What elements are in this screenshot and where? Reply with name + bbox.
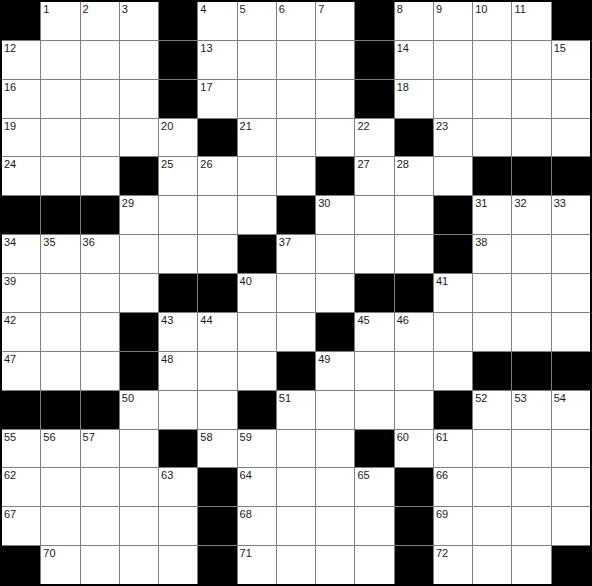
cell-number: 49	[318, 353, 330, 365]
cell-r6c4[interactable]	[159, 235, 197, 273]
cell-r4c11[interactable]	[434, 157, 472, 195]
cell-r0c12[interactable]: 10	[473, 2, 511, 40]
black-cell-r14c14	[552, 546, 590, 584]
cell-r3c8[interactable]	[316, 119, 354, 157]
cell-r4c2[interactable]	[81, 157, 119, 195]
cell-r9c10[interactable]	[395, 352, 433, 390]
cell-r11c7[interactable]	[277, 430, 315, 468]
cell-number: 27	[357, 158, 369, 170]
cell-number: 14	[397, 42, 409, 54]
cell-r14c7[interactable]	[277, 546, 315, 584]
cell-r6c10[interactable]	[395, 235, 433, 273]
cell-r13c4[interactable]	[159, 507, 197, 545]
cell-number: 61	[436, 431, 448, 443]
black-cell-r3c10	[395, 119, 433, 157]
cell-r7c14[interactable]	[552, 274, 590, 312]
cell-r4c5[interactable]: 26	[198, 157, 236, 195]
cell-r7c7[interactable]	[277, 274, 315, 312]
cell-number: 31	[475, 197, 487, 209]
black-cell-r10c11	[434, 391, 472, 429]
cell-r5c3[interactable]: 29	[120, 196, 158, 234]
cell-number: 43	[161, 314, 173, 326]
cell-r8c14[interactable]	[552, 313, 590, 351]
cell-r8c11[interactable]	[434, 313, 472, 351]
cell-number: 55	[4, 431, 16, 443]
cell-r11c8[interactable]	[316, 430, 354, 468]
cell-r0c2[interactable]: 2	[81, 2, 119, 40]
cell-number: 53	[514, 392, 526, 404]
cell-r6c1[interactable]: 35	[41, 235, 79, 273]
cell-r11c12[interactable]	[473, 430, 511, 468]
cell-r8c2[interactable]	[81, 313, 119, 351]
black-cell-r1c9	[355, 41, 393, 79]
cell-r8c5[interactable]: 44	[198, 313, 236, 351]
cell-r13c2[interactable]	[81, 507, 119, 545]
cell-r5c8[interactable]: 30	[316, 196, 354, 234]
cell-number: 54	[554, 392, 566, 404]
cell-r6c5[interactable]	[198, 235, 236, 273]
cell-r7c8[interactable]	[316, 274, 354, 312]
cell-r4c6[interactable]	[238, 157, 276, 195]
cell-number: 44	[200, 314, 212, 326]
cell-r0c6[interactable]: 5	[238, 2, 276, 40]
black-cell-r10c2	[81, 391, 119, 429]
cell-r11c1[interactable]: 56	[41, 430, 79, 468]
black-cell-r9c12	[473, 352, 511, 390]
cell-r1c6[interactable]	[238, 41, 276, 79]
black-cell-r13c5	[198, 507, 236, 545]
black-cell-r9c3	[120, 352, 158, 390]
cell-r1c8[interactable]	[316, 41, 354, 79]
cell-r7c6[interactable]: 40	[238, 274, 276, 312]
cell-r5c10[interactable]	[395, 196, 433, 234]
cell-r14c2[interactable]	[81, 546, 119, 584]
cell-r1c1[interactable]	[41, 41, 79, 79]
black-cell-r7c5	[198, 274, 236, 312]
cell-r3c14[interactable]	[552, 119, 590, 157]
cell-r12c14[interactable]	[552, 468, 590, 506]
cell-r0c8[interactable]: 7	[316, 2, 354, 40]
cell-r6c13[interactable]	[512, 235, 550, 273]
cell-r0c10[interactable]: 8	[395, 2, 433, 40]
cell-r1c3[interactable]	[120, 41, 158, 79]
cell-number: 40	[240, 275, 252, 287]
cell-r9c1[interactable]	[41, 352, 79, 390]
cell-number: 36	[83, 236, 95, 248]
black-cell-r11c9	[355, 430, 393, 468]
cell-number: 58	[200, 431, 212, 443]
cell-r8c1[interactable]	[41, 313, 79, 351]
cell-number: 38	[475, 236, 487, 248]
black-cell-r1c4	[159, 41, 197, 79]
crossword-board: 1234567891011121314151617181920212223242…	[0, 0, 592, 586]
cell-r10c3[interactable]: 50	[120, 391, 158, 429]
cell-r3c7[interactable]	[277, 119, 315, 157]
cell-r4c4[interactable]: 25	[159, 157, 197, 195]
cell-number: 22	[357, 120, 369, 132]
black-cell-r10c6	[238, 391, 276, 429]
cell-number: 12	[4, 42, 16, 54]
cell-number: 71	[240, 547, 252, 559]
cell-r2c0[interactable]: 16	[2, 80, 40, 118]
cell-number: 37	[279, 236, 291, 248]
cell-r0c7[interactable]: 6	[277, 2, 315, 40]
black-cell-r4c8	[316, 157, 354, 195]
black-cell-r5c2	[81, 196, 119, 234]
cell-r14c4[interactable]	[159, 546, 197, 584]
cell-r2c8[interactable]	[316, 80, 354, 118]
cell-number: 21	[240, 120, 252, 132]
cell-number: 72	[436, 547, 448, 559]
cell-number: 47	[4, 353, 16, 365]
cell-number: 52	[475, 392, 487, 404]
black-cell-r4c13	[512, 157, 550, 195]
black-cell-r5c11	[434, 196, 472, 234]
cell-r4c1[interactable]	[41, 157, 79, 195]
cell-number: 64	[240, 469, 252, 481]
cell-number: 2	[83, 3, 89, 15]
cell-r5c14[interactable]: 33	[552, 196, 590, 234]
cell-r3c9[interactable]: 22	[355, 119, 393, 157]
cell-r11c11[interactable]: 61	[434, 430, 472, 468]
black-cell-r6c11	[434, 235, 472, 273]
cell-number: 26	[200, 158, 212, 170]
cell-number: 34	[4, 236, 16, 248]
cell-r13c3[interactable]	[120, 507, 158, 545]
cell-r9c0[interactable]: 47	[2, 352, 40, 390]
cell-r2c10[interactable]: 18	[395, 80, 433, 118]
cell-r4c9[interactable]: 27	[355, 157, 393, 195]
black-cell-r8c8	[316, 313, 354, 351]
cell-r13c0[interactable]: 67	[2, 507, 40, 545]
cell-r14c11[interactable]: 72	[434, 546, 472, 584]
cell-number: 15	[554, 42, 566, 54]
cell-r2c2[interactable]	[81, 80, 119, 118]
cell-r5c12[interactable]: 31	[473, 196, 511, 234]
cell-r7c3[interactable]	[120, 274, 158, 312]
black-cell-r14c10	[395, 546, 433, 584]
cell-r0c13[interactable]: 11	[512, 2, 550, 40]
black-cell-r14c0	[2, 546, 40, 584]
cell-r8c4[interactable]: 43	[159, 313, 197, 351]
cell-r0c1[interactable]: 1	[41, 2, 79, 40]
cell-r2c14[interactable]	[552, 80, 590, 118]
cell-number: 59	[240, 431, 252, 443]
cell-r3c3[interactable]	[120, 119, 158, 157]
cell-number: 70	[43, 547, 55, 559]
black-cell-r3c5	[198, 119, 236, 157]
black-cell-r9c7	[277, 352, 315, 390]
cell-r8c0[interactable]: 42	[2, 313, 40, 351]
cell-r3c11[interactable]: 23	[434, 119, 472, 157]
cell-number: 24	[4, 158, 16, 170]
cell-r6c14[interactable]	[552, 235, 590, 273]
cell-r10c7[interactable]: 51	[277, 391, 315, 429]
cell-r12c3[interactable]	[120, 468, 158, 506]
cell-r12c12[interactable]	[473, 468, 511, 506]
cell-r14c9[interactable]	[355, 546, 393, 584]
cell-r1c12[interactable]	[473, 41, 511, 79]
cell-r6c8[interactable]	[316, 235, 354, 273]
black-cell-r6c6	[238, 235, 276, 273]
cell-r3c12[interactable]	[473, 119, 511, 157]
cell-number: 50	[122, 392, 134, 404]
black-cell-r4c14	[552, 157, 590, 195]
black-cell-r0c0	[2, 2, 40, 40]
black-cell-r8c3	[120, 313, 158, 351]
cell-r1c2[interactable]	[81, 41, 119, 79]
cell-r13c12[interactable]	[473, 507, 511, 545]
cell-number: 42	[4, 314, 16, 326]
cell-number: 5	[240, 3, 246, 15]
cell-number: 10	[475, 3, 487, 15]
cell-r10c10[interactable]	[395, 391, 433, 429]
cell-r12c8[interactable]	[316, 468, 354, 506]
cell-number: 20	[161, 120, 173, 132]
cell-r7c2[interactable]	[81, 274, 119, 312]
cell-r9c9[interactable]	[355, 352, 393, 390]
cell-number: 67	[4, 508, 16, 520]
cell-r2c1[interactable]	[41, 80, 79, 118]
cell-r14c6[interactable]: 71	[238, 546, 276, 584]
cell-number: 23	[436, 120, 448, 132]
cell-r12c0[interactable]: 62	[2, 468, 40, 506]
cell-number: 17	[200, 81, 212, 93]
cell-r8c9[interactable]: 45	[355, 313, 393, 351]
cell-r14c1[interactable]: 70	[41, 546, 79, 584]
cell-r12c13[interactable]	[512, 468, 550, 506]
cell-r9c5[interactable]	[198, 352, 236, 390]
cell-r14c12[interactable]	[473, 546, 511, 584]
cell-number: 56	[43, 431, 55, 443]
cell-r9c4[interactable]: 48	[159, 352, 197, 390]
cell-r1c13[interactable]	[512, 41, 550, 79]
cell-r8c10[interactable]: 46	[395, 313, 433, 351]
cell-number: 30	[318, 197, 330, 209]
black-cell-r4c12	[473, 157, 511, 195]
cell-r12c9[interactable]: 65	[355, 468, 393, 506]
cell-r4c7[interactable]	[277, 157, 315, 195]
cell-r2c3[interactable]	[120, 80, 158, 118]
cell-number: 57	[83, 431, 95, 443]
cell-r5c4[interactable]	[159, 196, 197, 234]
black-cell-r14c5	[198, 546, 236, 584]
cell-number: 25	[161, 158, 173, 170]
cell-r6c2[interactable]: 36	[81, 235, 119, 273]
cell-r3c1[interactable]	[41, 119, 79, 157]
black-cell-r9c14	[552, 352, 590, 390]
cell-r7c12[interactable]	[473, 274, 511, 312]
cell-r9c8[interactable]: 49	[316, 352, 354, 390]
cell-number: 45	[357, 314, 369, 326]
cell-number: 7	[318, 3, 324, 15]
black-cell-r0c14	[552, 2, 590, 40]
cell-r2c6[interactable]	[238, 80, 276, 118]
cell-r10c8[interactable]	[316, 391, 354, 429]
black-cell-r13c10	[395, 507, 433, 545]
cell-r4c10[interactable]: 28	[395, 157, 433, 195]
cell-r13c7[interactable]	[277, 507, 315, 545]
cell-number: 28	[397, 158, 409, 170]
cell-r12c4[interactable]: 63	[159, 468, 197, 506]
cell-r5c5[interactable]	[198, 196, 236, 234]
cell-r6c7[interactable]: 37	[277, 235, 315, 273]
cell-r11c13[interactable]	[512, 430, 550, 468]
cell-r13c13[interactable]	[512, 507, 550, 545]
cell-r11c14[interactable]	[552, 430, 590, 468]
cell-number: 4	[200, 3, 206, 15]
cell-r2c7[interactable]	[277, 80, 315, 118]
black-cell-r7c4	[159, 274, 197, 312]
cell-r5c9[interactable]	[355, 196, 393, 234]
black-cell-r5c1	[41, 196, 79, 234]
cell-number: 29	[122, 197, 134, 209]
cell-number: 60	[397, 431, 409, 443]
cell-r12c6[interactable]: 64	[238, 468, 276, 506]
black-cell-r12c5	[198, 468, 236, 506]
cell-number: 3	[122, 3, 128, 15]
cell-r11c5[interactable]: 58	[198, 430, 236, 468]
cell-r3c6[interactable]: 21	[238, 119, 276, 157]
cell-number: 69	[436, 508, 448, 520]
black-cell-r12c10	[395, 468, 433, 506]
cell-r4c0[interactable]: 24	[2, 157, 40, 195]
cell-r13c6[interactable]: 68	[238, 507, 276, 545]
cell-number: 48	[161, 353, 173, 365]
black-cell-r10c1	[41, 391, 79, 429]
cell-r3c4[interactable]: 20	[159, 119, 197, 157]
cell-r12c2[interactable]	[81, 468, 119, 506]
cell-r6c9[interactable]	[355, 235, 393, 273]
cell-r13c9[interactable]	[355, 507, 393, 545]
cell-r8c13[interactable]	[512, 313, 550, 351]
cell-r0c11[interactable]: 9	[434, 2, 472, 40]
cell-number: 16	[4, 81, 16, 93]
cell-r7c13[interactable]	[512, 274, 550, 312]
cell-r3c2[interactable]	[81, 119, 119, 157]
cell-r11c3[interactable]	[120, 430, 158, 468]
cell-number: 68	[240, 508, 252, 520]
crossword-grid: 1234567891011121314151617181920212223242…	[0, 0, 592, 586]
cell-r10c13[interactable]: 53	[512, 391, 550, 429]
cell-number: 51	[279, 392, 291, 404]
cell-r8c12[interactable]	[473, 313, 511, 351]
cell-r8c6[interactable]	[238, 313, 276, 351]
cell-number: 9	[436, 3, 442, 15]
cell-number: 63	[161, 469, 173, 481]
cell-r13c8[interactable]	[316, 507, 354, 545]
cell-r1c0[interactable]: 12	[2, 41, 40, 79]
cell-number: 32	[514, 197, 526, 209]
black-cell-r5c0	[2, 196, 40, 234]
cell-r13c14[interactable]	[552, 507, 590, 545]
cell-r9c6[interactable]	[238, 352, 276, 390]
cell-number: 46	[397, 314, 409, 326]
black-cell-r0c4	[159, 2, 197, 40]
cell-r9c11[interactable]	[434, 352, 472, 390]
black-cell-r7c10	[395, 274, 433, 312]
black-cell-r2c4	[159, 80, 197, 118]
cell-r11c2[interactable]: 57	[81, 430, 119, 468]
cell-r10c5[interactable]	[198, 391, 236, 429]
cell-number: 1	[43, 3, 49, 15]
cell-r1c5[interactable]: 13	[198, 41, 236, 79]
cell-number: 66	[436, 469, 448, 481]
black-cell-r0c9	[355, 2, 393, 40]
cell-number: 65	[357, 469, 369, 481]
cell-r2c11[interactable]	[434, 80, 472, 118]
cell-r10c14[interactable]: 54	[552, 391, 590, 429]
cell-r14c13[interactable]	[512, 546, 550, 584]
cell-number: 62	[4, 469, 16, 481]
cell-r10c9[interactable]	[355, 391, 393, 429]
black-cell-r4c3	[120, 157, 158, 195]
black-cell-r7c9	[355, 274, 393, 312]
cell-number: 41	[436, 275, 448, 287]
cell-r1c11[interactable]	[434, 41, 472, 79]
cell-r7c11[interactable]: 41	[434, 274, 472, 312]
cell-r2c13[interactable]	[512, 80, 550, 118]
cell-r13c11[interactable]: 69	[434, 507, 472, 545]
black-cell-r2c9	[355, 80, 393, 118]
cell-r13c1[interactable]	[41, 507, 79, 545]
cell-r1c14[interactable]: 15	[552, 41, 590, 79]
cell-r0c3[interactable]: 3	[120, 2, 158, 40]
cell-r5c6[interactable]	[238, 196, 276, 234]
black-cell-r11c4	[159, 430, 197, 468]
cell-r6c3[interactable]	[120, 235, 158, 273]
cell-r6c0[interactable]: 34	[2, 235, 40, 273]
cell-r9c2[interactable]	[81, 352, 119, 390]
cell-r11c10[interactable]: 60	[395, 430, 433, 468]
cell-r2c5[interactable]: 17	[198, 80, 236, 118]
cell-r7c1[interactable]	[41, 274, 79, 312]
cell-r7c0[interactable]: 39	[2, 274, 40, 312]
cell-number: 11	[514, 3, 525, 15]
cell-number: 33	[554, 197, 566, 209]
cell-number: 35	[43, 236, 55, 248]
cell-r11c6[interactable]: 59	[238, 430, 276, 468]
cell-r1c10[interactable]: 14	[395, 41, 433, 79]
cell-r5c13[interactable]: 32	[512, 196, 550, 234]
cell-r0c5[interactable]: 4	[198, 2, 236, 40]
cell-number: 18	[397, 81, 409, 93]
cell-r11c0[interactable]: 55	[2, 430, 40, 468]
cell-r12c11[interactable]: 66	[434, 468, 472, 506]
cell-r14c3[interactable]	[120, 546, 158, 584]
cell-number: 8	[397, 3, 403, 15]
cell-r10c4[interactable]	[159, 391, 197, 429]
cell-r12c1[interactable]	[41, 468, 79, 506]
black-cell-r9c13	[512, 352, 550, 390]
cell-r12c7[interactable]	[277, 468, 315, 506]
cell-number: 39	[4, 275, 16, 287]
cell-number: 6	[279, 3, 285, 15]
cell-number: 13	[200, 42, 212, 54]
cell-r1c7[interactable]	[277, 41, 315, 79]
cell-number: 19	[4, 120, 16, 132]
cell-r14c8[interactable]	[316, 546, 354, 584]
cell-r2c12[interactable]	[473, 80, 511, 118]
black-cell-r5c7	[277, 196, 315, 234]
cell-r10c12[interactable]: 52	[473, 391, 511, 429]
black-cell-r10c0	[2, 391, 40, 429]
cell-r3c0[interactable]: 19	[2, 119, 40, 157]
cell-r6c12[interactable]: 38	[473, 235, 511, 273]
cell-r3c13[interactable]	[512, 119, 550, 157]
cell-r8c7[interactable]	[277, 313, 315, 351]
